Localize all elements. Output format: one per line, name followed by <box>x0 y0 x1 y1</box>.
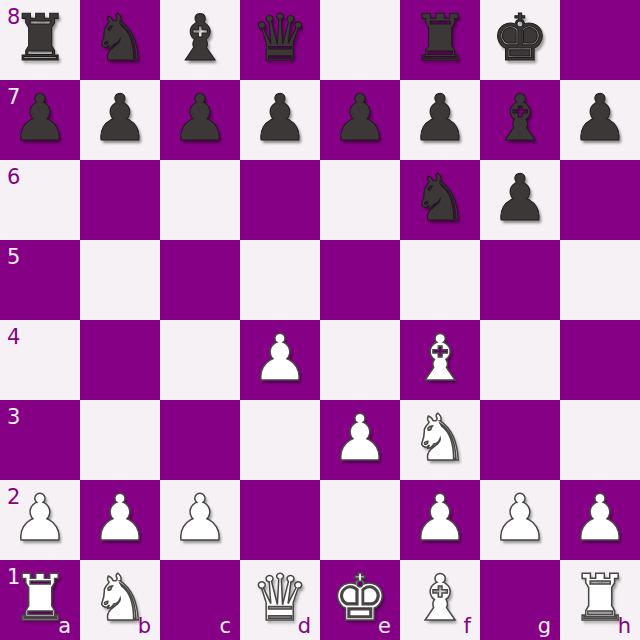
square-a4[interactable]: 4 <box>0 320 80 400</box>
square-d8[interactable]: ♛ <box>240 0 320 80</box>
square-h8[interactable] <box>560 0 640 80</box>
square-f6[interactable]: ♞ <box>400 160 480 240</box>
square-e4[interactable] <box>320 320 400 400</box>
square-d4[interactable]: ♟ <box>240 320 320 400</box>
file-label-b: b <box>138 616 151 637</box>
square-d5[interactable] <box>240 240 320 320</box>
square-d6[interactable] <box>240 160 320 240</box>
piece-white-bishop[interactable]: ♝ <box>411 318 468 398</box>
square-e6[interactable] <box>320 160 400 240</box>
square-c8[interactable]: ♝ <box>160 0 240 80</box>
square-d7[interactable]: ♟ <box>240 80 320 160</box>
square-g8[interactable]: ♚ <box>480 0 560 80</box>
piece-white-bishop[interactable]: ♝ <box>411 558 468 638</box>
square-c5[interactable] <box>160 240 240 320</box>
square-c1[interactable]: c <box>160 560 240 640</box>
rank-label-5: 5 <box>7 247 20 268</box>
square-g5[interactable] <box>480 240 560 320</box>
square-e2[interactable] <box>320 480 400 560</box>
rank-label-4: 4 <box>7 327 20 348</box>
piece-black-pawn[interactable]: ♟ <box>91 78 148 158</box>
square-a6[interactable]: 6 <box>0 160 80 240</box>
square-e8[interactable] <box>320 0 400 80</box>
square-d3[interactable] <box>240 400 320 480</box>
rank-label-3: 3 <box>7 407 20 428</box>
piece-white-knight[interactable]: ♞ <box>411 398 468 478</box>
square-b1[interactable]: ♞b <box>80 560 160 640</box>
piece-black-pawn[interactable]: ♟ <box>411 78 468 158</box>
piece-black-pawn[interactable]: ♟ <box>251 78 308 158</box>
piece-black-bishop[interactable]: ♝ <box>171 0 228 78</box>
file-label-h: h <box>618 616 631 637</box>
square-f1[interactable]: ♝f <box>400 560 480 640</box>
square-a5[interactable]: 5 <box>0 240 80 320</box>
square-b6[interactable] <box>80 160 160 240</box>
square-a1[interactable]: ♜1a <box>0 560 80 640</box>
file-label-c: c <box>219 616 231 637</box>
file-label-e: e <box>378 616 391 637</box>
piece-black-pawn[interactable]: ♟ <box>571 78 628 158</box>
square-g1[interactable]: g <box>480 560 560 640</box>
square-g4[interactable] <box>480 320 560 400</box>
rank-label-6: 6 <box>7 167 20 188</box>
piece-white-pawn[interactable]: ♟ <box>571 478 628 558</box>
piece-white-pawn[interactable]: ♟ <box>491 478 548 558</box>
piece-black-pawn[interactable]: ♟ <box>171 78 228 158</box>
square-f2[interactable]: ♟ <box>400 480 480 560</box>
square-b7[interactable]: ♟ <box>80 80 160 160</box>
file-label-a: a <box>58 616 71 637</box>
piece-black-rook[interactable]: ♜ <box>411 0 468 78</box>
square-f7[interactable]: ♟ <box>400 80 480 160</box>
piece-white-pawn[interactable]: ♟ <box>251 318 308 398</box>
square-g3[interactable] <box>480 400 560 480</box>
rank-label-2: 2 <box>7 487 20 508</box>
piece-black-king[interactable]: ♚ <box>491 0 548 78</box>
square-e7[interactable]: ♟ <box>320 80 400 160</box>
square-f5[interactable] <box>400 240 480 320</box>
chess-board: ♜8♞♝♛♜♚♟7♟♟♟♟♟♝♟6♞♟54♟♝3♟♞♟2♟♟♟♟♟♜1a♞bc♛… <box>0 0 640 640</box>
square-a3[interactable]: 3 <box>0 400 80 480</box>
square-f4[interactable]: ♝ <box>400 320 480 400</box>
square-b3[interactable] <box>80 400 160 480</box>
square-a7[interactable]: ♟7 <box>0 80 80 160</box>
square-g7[interactable]: ♝ <box>480 80 560 160</box>
rank-label-8: 8 <box>7 7 20 28</box>
square-d2[interactable] <box>240 480 320 560</box>
piece-white-pawn[interactable]: ♟ <box>331 398 388 478</box>
rank-label-7: 7 <box>7 87 20 108</box>
square-c4[interactable] <box>160 320 240 400</box>
square-h4[interactable] <box>560 320 640 400</box>
piece-black-pawn[interactable]: ♟ <box>491 158 548 238</box>
square-e5[interactable] <box>320 240 400 320</box>
square-c3[interactable] <box>160 400 240 480</box>
piece-black-knight[interactable]: ♞ <box>411 158 468 238</box>
square-e3[interactable]: ♟ <box>320 400 400 480</box>
square-e1[interactable]: ♚e <box>320 560 400 640</box>
square-b5[interactable] <box>80 240 160 320</box>
square-h6[interactable] <box>560 160 640 240</box>
square-b2[interactable]: ♟ <box>80 480 160 560</box>
piece-white-pawn[interactable]: ♟ <box>171 478 228 558</box>
file-label-d: d <box>298 616 311 637</box>
piece-white-pawn[interactable]: ♟ <box>411 478 468 558</box>
square-f8[interactable]: ♜ <box>400 0 480 80</box>
piece-black-queen[interactable]: ♛ <box>251 0 308 78</box>
piece-white-pawn[interactable]: ♟ <box>91 478 148 558</box>
square-g2[interactable]: ♟ <box>480 480 560 560</box>
piece-black-pawn[interactable]: ♟ <box>331 78 388 158</box>
square-d1[interactable]: ♛d <box>240 560 320 640</box>
square-b4[interactable] <box>80 320 160 400</box>
square-c2[interactable]: ♟ <box>160 480 240 560</box>
square-h5[interactable] <box>560 240 640 320</box>
square-a2[interactable]: ♟2 <box>0 480 80 560</box>
square-h7[interactable]: ♟ <box>560 80 640 160</box>
piece-black-knight[interactable]: ♞ <box>91 0 148 78</box>
square-g6[interactable]: ♟ <box>480 160 560 240</box>
square-h1[interactable]: ♜h <box>560 560 640 640</box>
piece-black-bishop[interactable]: ♝ <box>491 78 548 158</box>
square-a8[interactable]: ♜8 <box>0 0 80 80</box>
square-h2[interactable]: ♟ <box>560 480 640 560</box>
rank-label-1: 1 <box>7 567 20 588</box>
square-c6[interactable] <box>160 160 240 240</box>
square-b8[interactable]: ♞ <box>80 0 160 80</box>
file-label-f: f <box>464 616 471 637</box>
square-f3[interactable]: ♞ <box>400 400 480 480</box>
square-c7[interactable]: ♟ <box>160 80 240 160</box>
square-h3[interactable] <box>560 400 640 480</box>
file-label-g: g <box>538 616 551 637</box>
